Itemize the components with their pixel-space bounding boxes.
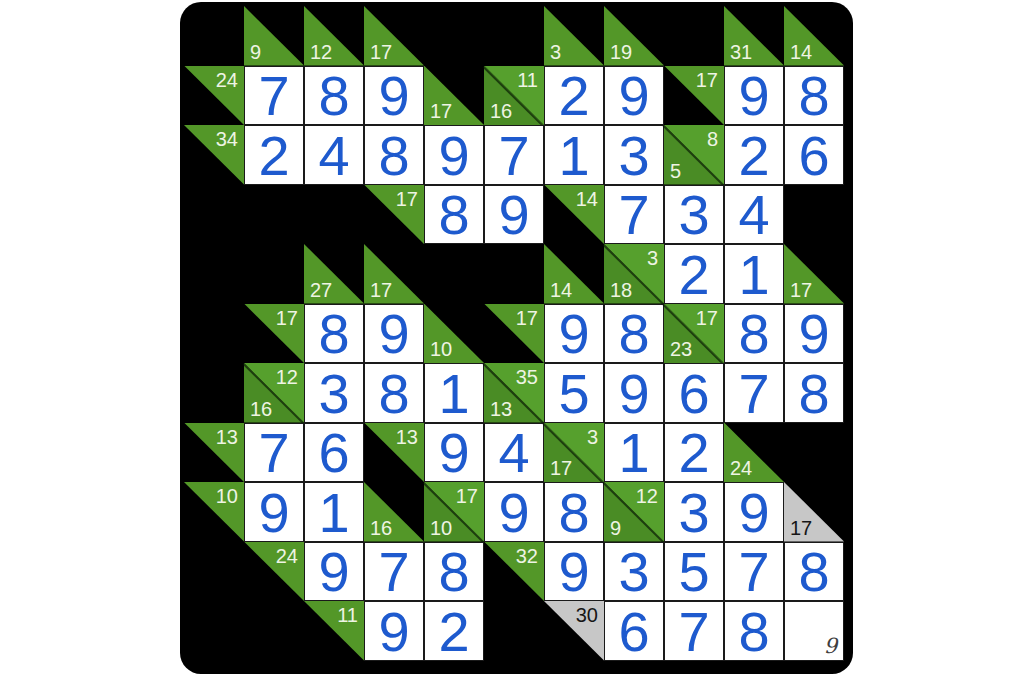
right-clue-value: 3 (587, 427, 598, 447)
entry-digit: 7 (738, 544, 769, 600)
entry-digit: 9 (378, 306, 409, 362)
clue-cell-r9c11: 17 (784, 482, 844, 542)
block-cell-r11c6 (484, 601, 544, 661)
entry-cell-r9c9[interactable]: 3 (664, 482, 724, 542)
clue-cell-r5c7: 14 (544, 244, 604, 304)
block-cell-r1c1 (184, 6, 244, 66)
entry-cell-r7c3[interactable]: 3 (304, 363, 364, 423)
entry-digit: 8 (798, 68, 829, 124)
entry-digit: 8 (438, 544, 469, 600)
entry-cell-r2c4[interactable]: 9 (364, 66, 424, 126)
clue-cell-r9c5: 1017 (424, 482, 484, 542)
clue-cell-r1c8: 19 (604, 6, 664, 66)
entry-digit: 4 (738, 187, 769, 243)
down-clue-value: 17 (790, 280, 812, 300)
right-clue-value: 24 (216, 70, 238, 90)
clue-cell-r11c3: 11 (304, 601, 364, 661)
entry-digit: 9 (738, 68, 769, 124)
block-cell-r1c6 (484, 6, 544, 66)
entry-digit: 8 (318, 68, 349, 124)
block-cell-r6c1 (184, 304, 244, 364)
page: 9121731931142478917161129179834248971358… (0, 0, 1024, 688)
right-clue-value: 17 (456, 486, 478, 506)
entry-digit: 9 (438, 128, 469, 184)
entry-digit: 9 (378, 68, 409, 124)
right-clue-value: 24 (276, 546, 298, 566)
entry-cell-r4c6[interactable]: 9 (484, 185, 544, 245)
right-clue-value: 17 (276, 308, 298, 328)
right-clue-value: 11 (517, 70, 538, 90)
right-clue-value: 17 (396, 189, 418, 209)
entry-digit: 8 (738, 604, 769, 660)
entry-digit: 4 (498, 425, 529, 481)
clue-cell-r6c9: 2317 (664, 304, 724, 364)
block-cell-r5c2 (244, 244, 304, 304)
block-cell-r1c9 (664, 6, 724, 66)
down-clue-value: 14 (790, 42, 812, 62)
clue-cell-r2c9: 17 (664, 66, 724, 126)
down-clue-value: 12 (310, 42, 332, 62)
entry-cell-r7c7[interactable]: 5 (544, 363, 604, 423)
clue-cell-r5c8: 183 (604, 244, 664, 304)
down-clue-value: 17 (550, 458, 572, 478)
entry-cell-r10c11[interactable]: 8 (784, 542, 844, 602)
entry-cell-r3c4[interactable]: 8 (364, 125, 424, 185)
entry-cell-r4c9[interactable]: 3 (664, 185, 724, 245)
entry-digit: 7 (618, 187, 649, 243)
entry-digit: 3 (318, 366, 349, 422)
block-cell-r8c11 (784, 423, 844, 483)
clue-cell-r1c10: 31 (724, 6, 784, 66)
entry-cell-r4c10[interactable]: 4 (724, 185, 784, 245)
clue-cell-r10c6: 32 (484, 542, 544, 602)
clue-cell-r6c5: 10 (424, 304, 484, 364)
entry-digit: 6 (618, 604, 649, 660)
entry-cell-r11c10[interactable]: 8 (724, 601, 784, 661)
down-clue-value: 18 (610, 280, 632, 300)
entry-digit: 1 (738, 247, 769, 303)
right-clue-value: 17 (516, 308, 538, 328)
down-clue-value: 24 (730, 458, 752, 478)
down-clue-value: 9 (610, 518, 621, 538)
entry-digit: 6 (318, 425, 349, 481)
entry-cell-r6c4[interactable]: 9 (364, 304, 424, 364)
entry-digit: 7 (258, 425, 289, 481)
clue-cell-r4c7: 14 (544, 185, 604, 245)
down-clue-value: 16 (490, 101, 512, 121)
entry-digit: 9 (618, 68, 649, 124)
entry-digit: 9 (498, 187, 529, 243)
right-clue-value: 34 (216, 129, 238, 149)
entry-cell-r3c3[interactable]: 4 (304, 125, 364, 185)
entry-digit: 9 (498, 485, 529, 541)
entry-digit: 1 (318, 485, 349, 541)
entry-cell-r10c8[interactable]: 3 (604, 542, 664, 602)
down-clue-value: 3 (550, 42, 561, 62)
right-clue-value: 3 (647, 248, 658, 268)
clue-cell-r9c4: 16 (364, 482, 424, 542)
entry-cell-r6c10[interactable]: 8 (724, 304, 784, 364)
right-clue-value: 17 (696, 70, 718, 90)
entry-cell-r3c11[interactable]: 6 (784, 125, 844, 185)
down-clue-value: 16 (370, 518, 392, 538)
right-clue-value: 14 (576, 189, 598, 209)
clue-cell-r1c7: 3 (544, 6, 604, 66)
entry-digit: 6 (678, 366, 709, 422)
entry-digit: 8 (798, 366, 829, 422)
entry-cell-r2c10[interactable]: 9 (724, 66, 784, 126)
entry-cell-r7c11[interactable]: 8 (784, 363, 844, 423)
clue-cell-r1c3: 12 (304, 6, 364, 66)
clue-cell-r7c2: 1612 (244, 363, 304, 423)
block-cell-r4c2 (244, 185, 304, 245)
block-cell-r5c5 (424, 244, 484, 304)
entry-cell-r2c3[interactable]: 8 (304, 66, 364, 126)
right-clue-value: 10 (216, 486, 238, 506)
down-clue-value: 10 (430, 339, 452, 359)
block-cell-r4c11 (784, 185, 844, 245)
entry-cell-r11c9[interactable]: 7 (664, 601, 724, 661)
clue-cell-r5c3: 27 (304, 244, 364, 304)
right-clue-value: 12 (636, 486, 658, 506)
entry-cell-r3c5[interactable]: 9 (424, 125, 484, 185)
entry-digit: 9 (798, 306, 829, 362)
entry-cell-r10c5[interactable]: 8 (424, 542, 484, 602)
right-clue-value: 8 (707, 129, 718, 149)
entry-cell-r8c5[interactable]: 9 (424, 423, 484, 483)
entry-digit: 8 (318, 306, 349, 362)
block-cell-r7c1 (184, 363, 244, 423)
kakuro-board: 9121731931142478917161129179834248971358… (180, 2, 853, 674)
block-cell-r11c2 (244, 601, 304, 661)
entry-digit: 5 (678, 544, 709, 600)
entry-digit: 6 (798, 128, 829, 184)
clue-cell-r5c11: 17 (784, 244, 844, 304)
entry-cell-r5c10[interactable]: 1 (724, 244, 784, 304)
kakuro-grid: 9121731931142478917161129179834248971358… (184, 6, 844, 661)
clue-cell-r6c6: 17 (484, 304, 544, 364)
entry-digit: 8 (438, 187, 469, 243)
entry-cell-r11c5[interactable]: 2 (424, 601, 484, 661)
clue-cell-r11c7: 30 (544, 601, 604, 661)
entry-digit: 5 (558, 366, 589, 422)
right-clue-value: 13 (216, 427, 238, 447)
clue-cell-r1c11: 14 (784, 6, 844, 66)
clue-cell-r3c1: 34 (184, 125, 244, 185)
entry-cell-r10c10[interactable]: 7 (724, 542, 784, 602)
block-cell-r4c3 (304, 185, 364, 245)
entry-digit: 9 (558, 544, 589, 600)
entry-cell-r6c11[interactable]: 9 (784, 304, 844, 364)
clue-cell-r2c5: 17 (424, 66, 484, 126)
entry-cell-r11c11[interactable]: 9 (784, 601, 844, 661)
entry-cell-r9c6[interactable]: 9 (484, 482, 544, 542)
entry-cell-r3c6[interactable]: 7 (484, 125, 544, 185)
entry-cell-r9c10[interactable]: 9 (724, 482, 784, 542)
entry-digit: 9 (618, 366, 649, 422)
entry-digit: 9 (258, 485, 289, 541)
entry-cell-r4c5[interactable]: 8 (424, 185, 484, 245)
clue-cell-r8c10: 24 (724, 423, 784, 483)
right-clue-value: 12 (276, 367, 298, 387)
entry-cell-r7c8[interactable]: 9 (604, 363, 664, 423)
entry-digit: 9 (378, 604, 409, 660)
entry-digit: 8 (618, 306, 649, 362)
entry-cell-r10c9[interactable]: 5 (664, 542, 724, 602)
down-clue-value: 14 (550, 280, 572, 300)
down-clue-value: 23 (670, 339, 692, 359)
clue-cell-r9c1: 10 (184, 482, 244, 542)
entry-cell-r3c10[interactable]: 2 (724, 125, 784, 185)
entry-cell-r7c10[interactable]: 7 (724, 363, 784, 423)
entry-cell-r8c3[interactable]: 6 (304, 423, 364, 483)
entry-digit: 3 (678, 485, 709, 541)
entry-cell-r11c8[interactable]: 6 (604, 601, 664, 661)
entry-digit: 2 (678, 425, 709, 481)
clue-cell-r10c2: 24 (244, 542, 304, 602)
down-clue-value: 17 (790, 518, 812, 538)
down-clue-value: 17 (370, 280, 392, 300)
entry-digit: 7 (498, 128, 529, 184)
entry-digit: 8 (378, 366, 409, 422)
entry-digit: 8 (558, 485, 589, 541)
entry-digit: 3 (678, 187, 709, 243)
entry-digit: 1 (438, 366, 469, 422)
clue-cell-r6c2: 17 (244, 304, 304, 364)
entry-cell-r11c4[interactable]: 9 (364, 601, 424, 661)
down-clue-value: 31 (730, 42, 752, 62)
entry-cell-r7c4[interactable]: 8 (364, 363, 424, 423)
entry-cell-r9c3[interactable]: 1 (304, 482, 364, 542)
down-clue-value: 13 (490, 399, 512, 419)
entry-cell-r9c7[interactable]: 8 (544, 482, 604, 542)
down-clue-value: 27 (310, 280, 332, 300)
entry-cell-r6c7[interactable]: 9 (544, 304, 604, 364)
down-clue-value: 5 (670, 161, 681, 181)
entry-cell-r4c8[interactable]: 7 (604, 185, 664, 245)
entry-cell-r8c9[interactable]: 2 (664, 423, 724, 483)
block-cell-r5c6 (484, 244, 544, 304)
entry-cell-r7c5[interactable]: 1 (424, 363, 484, 423)
entry-digit: 8 (378, 128, 409, 184)
entry-cell-r3c7[interactable]: 1 (544, 125, 604, 185)
entry-cell-r2c2[interactable]: 7 (244, 66, 304, 126)
clue-cell-r4c4: 17 (364, 185, 424, 245)
entry-digit: 2 (258, 128, 289, 184)
right-clue-value: 13 (396, 427, 418, 447)
entry-cell-r6c8[interactable]: 8 (604, 304, 664, 364)
down-clue-value: 9 (250, 42, 261, 62)
right-clue-value: 30 (576, 605, 598, 625)
entry-digit: 7 (678, 604, 709, 660)
entry-cell-r9c2[interactable]: 9 (244, 482, 304, 542)
entry-cell-r3c2[interactable]: 2 (244, 125, 304, 185)
entry-digit: 8 (738, 306, 769, 362)
pencil-note: 9 (824, 634, 837, 658)
entry-digit: 2 (678, 247, 709, 303)
entry-cell-r10c3[interactable]: 9 (304, 542, 364, 602)
entry-cell-r2c7[interactable]: 2 (544, 66, 604, 126)
entry-cell-r2c8[interactable]: 9 (604, 66, 664, 126)
right-clue-value: 35 (516, 367, 538, 387)
clue-cell-r3c9: 58 (664, 125, 724, 185)
entry-cell-r5c9[interactable]: 2 (664, 244, 724, 304)
clue-cell-r7c6: 1335 (484, 363, 544, 423)
entry-digit: 9 (438, 425, 469, 481)
entry-cell-r3c8[interactable]: 3 (604, 125, 664, 185)
block-cell-r10c1 (184, 542, 244, 602)
block-cell-r1c5 (424, 6, 484, 66)
down-clue-value: 17 (370, 42, 392, 62)
clue-cell-r8c4: 13 (364, 423, 424, 483)
entry-digit: 2 (738, 128, 769, 184)
entry-cell-r10c7[interactable]: 9 (544, 542, 604, 602)
block-cell-r11c1 (184, 601, 244, 661)
entry-digit: 3 (618, 544, 649, 600)
block-cell-r4c1 (184, 185, 244, 245)
clue-cell-r1c2: 9 (244, 6, 304, 66)
entry-cell-r2c11[interactable]: 8 (784, 66, 844, 126)
entry-digit: 9 (558, 306, 589, 362)
down-clue-value: 10 (430, 518, 452, 538)
entry-digit: 9 (318, 544, 349, 600)
clue-cell-r8c7: 173 (544, 423, 604, 483)
entry-digit: 2 (438, 604, 469, 660)
right-clue-value: 11 (337, 605, 358, 625)
entry-digit: 1 (558, 128, 589, 184)
down-clue-value: 16 (250, 399, 272, 419)
clue-cell-r8c1: 13 (184, 423, 244, 483)
entry-cell-r8c8[interactable]: 1 (604, 423, 664, 483)
block-cell-r5c1 (184, 244, 244, 304)
entry-cell-r8c6[interactable]: 4 (484, 423, 544, 483)
entry-digit: 7 (258, 68, 289, 124)
clue-cell-r2c1: 24 (184, 66, 244, 126)
entry-digit: 7 (738, 366, 769, 422)
entry-digit: 8 (798, 544, 829, 600)
entry-cell-r6c3[interactable]: 8 (304, 304, 364, 364)
entry-digit: 9 (738, 485, 769, 541)
right-clue-value: 32 (516, 546, 538, 566)
clue-cell-r1c4: 17 (364, 6, 424, 66)
entry-cell-r10c4[interactable]: 7 (364, 542, 424, 602)
down-clue-value: 19 (610, 42, 632, 62)
clue-cell-r9c8: 912 (604, 482, 664, 542)
entry-digit: 1 (618, 425, 649, 481)
right-clue-value: 17 (696, 308, 718, 328)
entry-digit: 7 (378, 544, 409, 600)
entry-digit: 2 (558, 68, 589, 124)
clue-cell-r5c4: 17 (364, 244, 424, 304)
entry-cell-r8c2[interactable]: 7 (244, 423, 304, 483)
entry-digit: 3 (618, 128, 649, 184)
entry-cell-r7c9[interactable]: 6 (664, 363, 724, 423)
down-clue-value: 17 (430, 101, 452, 121)
clue-cell-r2c6: 1611 (484, 66, 544, 126)
entry-digit: 4 (318, 128, 349, 184)
